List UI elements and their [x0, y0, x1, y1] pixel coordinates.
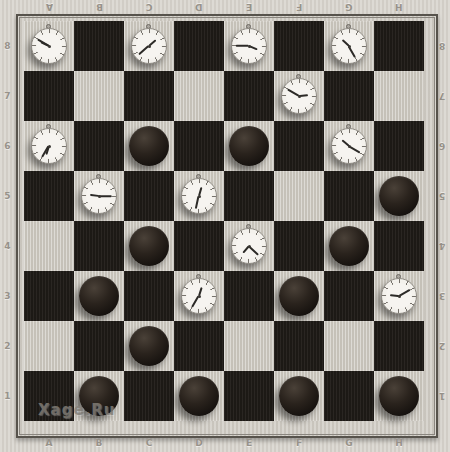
file-label-top-c: C — [124, 0, 174, 14]
file-label-bottom-g: G — [324, 436, 374, 450]
square-b8[interactable] — [74, 21, 124, 71]
black-checker-piece-b1[interactable] — [79, 376, 119, 416]
rank-label-left-2: 2 — [0, 321, 15, 371]
rank-label-left-8: 8 — [0, 21, 15, 71]
black-checker-piece-h1[interactable] — [379, 376, 419, 416]
watch-center-pin — [148, 45, 151, 48]
rank-label-left-5: 5 — [0, 171, 15, 221]
watch-face — [281, 78, 317, 114]
black-checker-piece-g4[interactable] — [329, 226, 369, 266]
white-watch-piece-d5[interactable] — [181, 178, 217, 214]
watch-center-pin — [348, 45, 351, 48]
square-h7[interactable] — [374, 71, 424, 121]
square-b5[interactable] — [74, 171, 124, 221]
black-checker-piece-f3[interactable] — [279, 276, 319, 316]
watch-face — [231, 228, 267, 264]
white-watch-piece-e8[interactable] — [231, 28, 267, 64]
square-a7[interactable] — [24, 71, 74, 121]
square-d1[interactable] — [174, 371, 224, 421]
file-label-top-a: A — [24, 0, 74, 14]
watch-center-pin — [48, 45, 51, 48]
square-a5[interactable] — [24, 171, 74, 221]
white-watch-piece-d3[interactable] — [181, 278, 217, 314]
white-watch-piece-a6[interactable] — [31, 128, 67, 164]
square-e6[interactable] — [224, 121, 274, 171]
square-a3[interactable] — [24, 271, 74, 321]
square-c3[interactable] — [124, 271, 174, 321]
file-label-bottom-b: B — [74, 436, 124, 450]
file-labels-bottom: ABCDEFGH — [24, 436, 424, 450]
square-a2[interactable] — [24, 321, 74, 371]
square-h2[interactable] — [374, 321, 424, 371]
watch-center-pin — [48, 145, 51, 148]
square-b6[interactable] — [74, 121, 124, 171]
square-f4[interactable] — [274, 221, 324, 271]
minute-hand — [236, 45, 249, 47]
square-c1[interactable] — [124, 371, 174, 421]
white-watch-piece-h3[interactable] — [381, 278, 417, 314]
watch-center-pin — [348, 145, 351, 148]
file-label-top-b: B — [74, 0, 124, 14]
square-d5[interactable] — [174, 171, 224, 221]
watch-face — [131, 28, 167, 64]
black-checker-piece-c4[interactable] — [129, 226, 169, 266]
square-d2[interactable] — [174, 321, 224, 371]
board-grid — [24, 21, 424, 421]
square-a8[interactable] — [24, 21, 74, 71]
file-label-bottom-e: E — [224, 436, 274, 450]
file-label-bottom-a: A — [24, 436, 74, 450]
black-checker-piece-e6[interactable] — [229, 126, 269, 166]
black-checker-piece-h5[interactable] — [379, 176, 419, 216]
square-c5[interactable] — [124, 171, 174, 221]
square-a1[interactable] — [24, 371, 74, 421]
file-label-top-e: E — [224, 0, 274, 14]
square-f2[interactable] — [274, 321, 324, 371]
square-g2[interactable] — [324, 321, 374, 371]
file-label-bottom-c: C — [124, 436, 174, 450]
watch-face — [381, 278, 417, 314]
watch-face — [331, 28, 367, 64]
square-b1[interactable] — [74, 371, 124, 421]
watch-face — [31, 28, 67, 64]
square-g7[interactable] — [324, 71, 374, 121]
watch-face — [331, 128, 367, 164]
white-watch-piece-e4[interactable] — [231, 228, 267, 264]
square-h4[interactable] — [374, 221, 424, 271]
file-label-top-d: D — [174, 0, 224, 14]
square-e2[interactable] — [224, 321, 274, 371]
square-g4[interactable] — [324, 221, 374, 271]
square-b7[interactable] — [74, 71, 124, 121]
black-checker-piece-c2[interactable] — [129, 326, 169, 366]
square-g5[interactable] — [324, 171, 374, 221]
square-e3[interactable] — [224, 271, 274, 321]
rank-labels-left: 87654321 — [0, 21, 15, 421]
square-b2[interactable] — [74, 321, 124, 371]
square-d8[interactable] — [174, 21, 224, 71]
black-checker-piece-d1[interactable] — [179, 376, 219, 416]
file-label-bottom-f: F — [274, 436, 324, 450]
watch-face — [231, 28, 267, 64]
white-watch-piece-b5[interactable] — [81, 178, 117, 214]
watch-center-pin — [298, 95, 301, 98]
watch-face — [181, 278, 217, 314]
white-watch-piece-c8[interactable] — [131, 28, 167, 64]
square-h8[interactable] — [374, 21, 424, 71]
watch-center-pin — [398, 295, 401, 298]
square-c6[interactable] — [124, 121, 174, 171]
watch-center-pin — [98, 195, 101, 198]
square-b3[interactable] — [74, 271, 124, 321]
rank-label-left-4: 4 — [0, 221, 15, 271]
square-d6[interactable] — [174, 121, 224, 171]
square-g1[interactable] — [324, 371, 374, 421]
square-d7[interactable] — [174, 71, 224, 121]
black-checker-piece-b3[interactable] — [79, 276, 119, 316]
square-g8[interactable] — [324, 21, 374, 71]
square-c4[interactable] — [124, 221, 174, 271]
square-c7[interactable] — [124, 71, 174, 121]
square-e7[interactable] — [224, 71, 274, 121]
watch-face — [81, 178, 117, 214]
square-d4[interactable] — [174, 221, 224, 271]
rank-label-left-7: 7 — [0, 71, 15, 121]
rank-label-left-6: 6 — [0, 121, 15, 171]
square-c2[interactable] — [124, 321, 174, 371]
square-a6[interactable] — [24, 121, 74, 171]
square-h3[interactable] — [374, 271, 424, 321]
file-label-top-g: G — [324, 0, 374, 14]
square-f7[interactable] — [274, 71, 324, 121]
square-g6[interactable] — [324, 121, 374, 171]
square-e1[interactable] — [224, 371, 274, 421]
square-e5[interactable] — [224, 171, 274, 221]
square-g3[interactable] — [324, 271, 374, 321]
file-labels-top: ABCDEFGH — [24, 0, 424, 14]
watch-face — [181, 178, 217, 214]
black-checker-piece-f1[interactable] — [279, 376, 319, 416]
square-e8[interactable] — [224, 21, 274, 71]
white-watch-piece-g8[interactable] — [331, 28, 367, 64]
rank-label-left-3: 3 — [0, 271, 15, 321]
square-f5[interactable] — [274, 171, 324, 221]
white-watch-piece-f7[interactable] — [281, 78, 317, 114]
watch-center-pin — [248, 45, 251, 48]
white-watch-piece-a8[interactable] — [31, 28, 67, 64]
file-label-bottom-d: D — [174, 436, 224, 450]
watch-face — [31, 128, 67, 164]
black-checker-piece-c6[interactable] — [129, 126, 169, 166]
watch-center-pin — [248, 245, 251, 248]
watch-center-pin — [198, 195, 201, 198]
square-f1[interactable] — [274, 371, 324, 421]
square-b4[interactable] — [74, 221, 124, 271]
square-h5[interactable] — [374, 171, 424, 221]
square-c8[interactable] — [124, 21, 174, 71]
square-h6[interactable] — [374, 121, 424, 171]
square-a4[interactable] — [24, 221, 74, 271]
square-f8[interactable] — [274, 21, 324, 71]
square-f3[interactable] — [274, 271, 324, 321]
checkers-board-photo: ABCDEFGH 87654321 87654321 ABCDEFGH Xage… — [0, 0, 450, 452]
white-watch-piece-g6[interactable] — [331, 128, 367, 164]
rank-label-left-1: 1 — [0, 371, 15, 421]
minute-hand — [195, 196, 199, 209]
square-d3[interactable] — [174, 271, 224, 321]
minute-hand — [99, 195, 112, 197]
square-f6[interactable] — [274, 121, 324, 171]
square-h1[interactable] — [374, 371, 424, 421]
file-label-bottom-h: H — [374, 436, 424, 450]
file-label-top-f: F — [274, 0, 324, 14]
watch-center-pin — [198, 295, 201, 298]
square-e4[interactable] — [224, 221, 274, 271]
file-label-top-h: H — [374, 0, 424, 14]
